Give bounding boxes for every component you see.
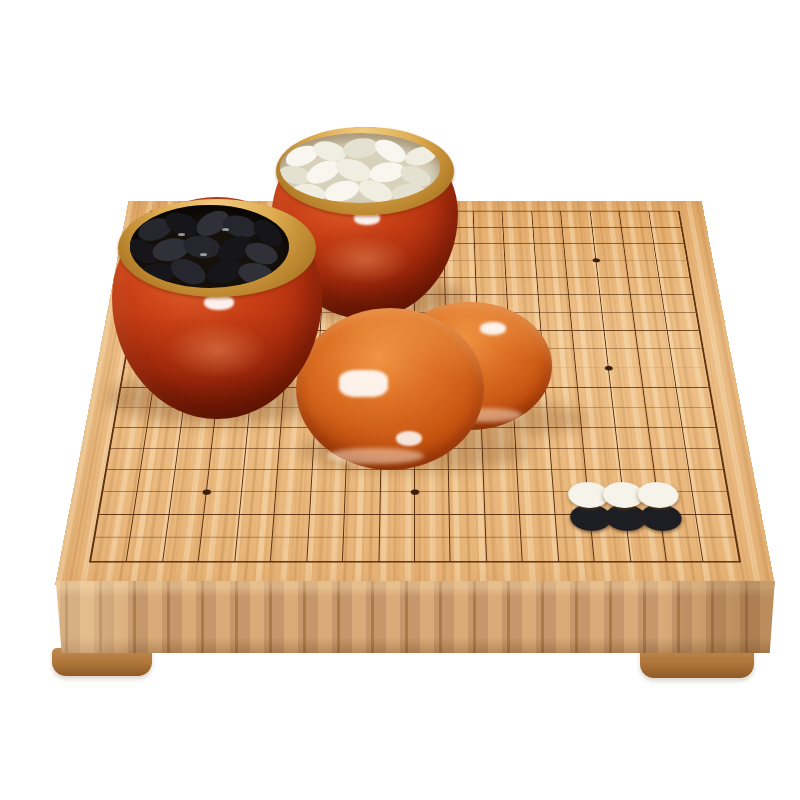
grid-cell: [346, 470, 381, 492]
white-bowl-opening: ●●●●●●●●●●●●●●: [280, 133, 440, 203]
grid-cell: [178, 428, 214, 449]
lid-highlight: [480, 322, 506, 335]
grid-cell: [649, 211, 681, 227]
grid-cell: [310, 492, 346, 514]
grid-cell: [670, 349, 705, 368]
grid-cell: [311, 470, 347, 492]
grid-cell: [244, 449, 280, 470]
grid-cell: [345, 492, 381, 514]
grid-cell: [656, 260, 689, 277]
grid-cell: [199, 538, 237, 562]
grid-cell: [664, 313, 698, 331]
grid-cell: [540, 313, 573, 331]
grid-cell: [307, 538, 344, 562]
grid-cell: [473, 211, 503, 227]
grid-cell: [564, 244, 596, 261]
grid-cell: [667, 331, 702, 350]
grid-cell: [91, 538, 131, 562]
grid-cell: [654, 244, 687, 261]
grid-cell: [598, 277, 631, 294]
grid-cell: [592, 227, 624, 243]
grid-cell: [505, 244, 536, 261]
star-point: [604, 366, 613, 371]
grid-cell: [99, 492, 138, 514]
grid-cell: [641, 368, 676, 387]
grid-cell: [574, 349, 608, 368]
grid-cell: [622, 227, 654, 243]
grid-cell: [676, 388, 712, 408]
grid-cell: [415, 538, 451, 562]
grid-cell: [344, 515, 380, 538]
grid-cell: [343, 538, 379, 562]
grid-cell: [476, 277, 508, 294]
grid-cell: [107, 449, 145, 470]
grid-cell: [451, 538, 487, 562]
grid-cell: [659, 277, 693, 294]
grid-cell: [604, 331, 638, 350]
grid-cell: [576, 368, 611, 387]
grid-cell: [689, 470, 727, 492]
grid-cell: [532, 211, 563, 227]
lid-highlight-small: [396, 431, 422, 446]
grid-cell: [486, 538, 523, 562]
go-set-product-photo: ●●●●●● ●●●●●●●●●●●●●● ●●●●●●●●●●●●●●: [0, 0, 800, 800]
grid-cell: [699, 538, 739, 562]
grid-cell: [615, 428, 651, 449]
grid-cell: [646, 408, 682, 428]
grid-cell: [134, 492, 172, 514]
grid-cell: [415, 470, 450, 492]
grid-cell: [643, 388, 679, 408]
grid-cell: [629, 277, 662, 294]
lid-reflection: [326, 448, 424, 464]
grid-cell: [131, 515, 170, 538]
grid-cell: [534, 244, 565, 261]
grid-cell: [235, 538, 273, 562]
grid-cell: [449, 470, 484, 492]
grid-cell: [620, 211, 652, 227]
grid-cell: [519, 492, 555, 514]
black-bowl-opening: ●●●●●●●●●●●●●●: [130, 205, 290, 288]
bowl-lid-front: [296, 308, 484, 470]
grid-cell: [204, 492, 241, 514]
grid-cell: [578, 388, 613, 408]
grid-cell: [563, 227, 594, 243]
grid-cell: [415, 515, 451, 538]
grid-cell: [571, 313, 604, 331]
grid-cell: [561, 211, 592, 227]
grid-cell: [649, 428, 686, 449]
grid-cell: [475, 260, 506, 277]
grid-cell: [210, 449, 246, 470]
grid-cell: [276, 470, 312, 492]
grid-cell: [624, 244, 656, 261]
grid-cell: [503, 211, 533, 227]
grid-cell: [175, 449, 212, 470]
grid-cell: [518, 470, 554, 492]
grid-cell: [95, 515, 134, 538]
grid-cell: [169, 492, 207, 514]
grid-cell: [144, 428, 181, 449]
grid-cell: [590, 211, 621, 227]
grid-cell: [618, 449, 655, 470]
star-point: [411, 489, 420, 494]
grid-cell: [550, 449, 586, 470]
grid-cell: [638, 349, 673, 368]
grid-cell: [166, 515, 204, 538]
grid-cell: [450, 492, 486, 514]
grid-cell: [584, 449, 620, 470]
lid-highlight: [339, 370, 388, 398]
grid-cell: [566, 260, 598, 277]
grid-cell: [522, 538, 559, 562]
grid-cell: [506, 277, 538, 294]
grid-cell: [609, 368, 644, 387]
grid-cell: [626, 260, 659, 277]
grid-cell: [163, 538, 202, 562]
grid-cell: [606, 349, 640, 368]
grid-cell: [538, 295, 571, 313]
grid-cell: [242, 470, 278, 492]
grid-cell: [582, 428, 618, 449]
grid-cell: [664, 538, 703, 562]
grid-cell: [662, 295, 696, 313]
grid-cell: [628, 538, 667, 562]
grid-cell: [483, 470, 519, 492]
grid-cell: [379, 538, 415, 562]
grid-cell: [692, 492, 731, 514]
grid-cell: [485, 515, 521, 538]
grid-cell: [593, 538, 631, 562]
grid-cell: [127, 538, 166, 562]
grid-cell: [111, 428, 148, 449]
grid-cell: [380, 470, 415, 492]
grid-cell: [679, 408, 716, 428]
grid-cell: [652, 449, 689, 470]
grid-cell: [273, 515, 310, 538]
grid-cell: [275, 492, 311, 514]
grid-cell: [594, 244, 626, 261]
grid-cell: [636, 331, 670, 350]
grid-cell: [207, 470, 244, 492]
grid-cell: [212, 428, 248, 449]
grid-cell: [686, 449, 724, 470]
grid-cell: [475, 244, 506, 261]
board-front-edge: [53, 581, 777, 653]
grid-cell: [415, 492, 450, 514]
grid-cell: [613, 408, 649, 428]
grid-cell: [237, 515, 274, 538]
grid-cell: [141, 449, 178, 470]
grid-cell: [631, 295, 665, 313]
grid-cell: [633, 313, 667, 331]
grid-cell: [138, 470, 176, 492]
grid-cell: [246, 428, 281, 449]
grid-cell: [600, 295, 633, 313]
grid-cell: [271, 538, 308, 562]
grid-cell: [557, 538, 595, 562]
grid-cell: [379, 515, 415, 538]
grid-cell: [450, 515, 486, 538]
grid-cell: [103, 470, 141, 492]
grid-cell: [596, 260, 628, 277]
grid-cell: [506, 260, 537, 277]
grid-cell: [520, 515, 557, 538]
grid-cell: [611, 388, 646, 408]
grid-cell: [202, 515, 240, 538]
grid-cell: [569, 295, 602, 313]
black-stone-bowl: ●●●●●●●●●●●●●●: [112, 197, 322, 419]
grid-cell: [651, 227, 683, 243]
grid-cell: [474, 227, 504, 243]
grid-cell: [308, 515, 344, 538]
grid-cell: [240, 492, 277, 514]
grid-cell: [682, 428, 719, 449]
grid-cell: [673, 368, 709, 387]
grid-cell: [533, 227, 564, 243]
grid-cell: [508, 295, 540, 313]
star-point: [592, 258, 600, 262]
grid-cell: [602, 313, 636, 331]
grid-cell: [380, 492, 415, 514]
grid-cell: [568, 277, 601, 294]
grid-cell: [504, 227, 535, 243]
grid-cell: [484, 492, 520, 514]
grid-cell: [573, 331, 607, 350]
go-stone-white: ●: [636, 480, 679, 505]
grid-cell: [537, 277, 569, 294]
grid-cell: [696, 515, 735, 538]
grid-cell: [536, 260, 568, 277]
